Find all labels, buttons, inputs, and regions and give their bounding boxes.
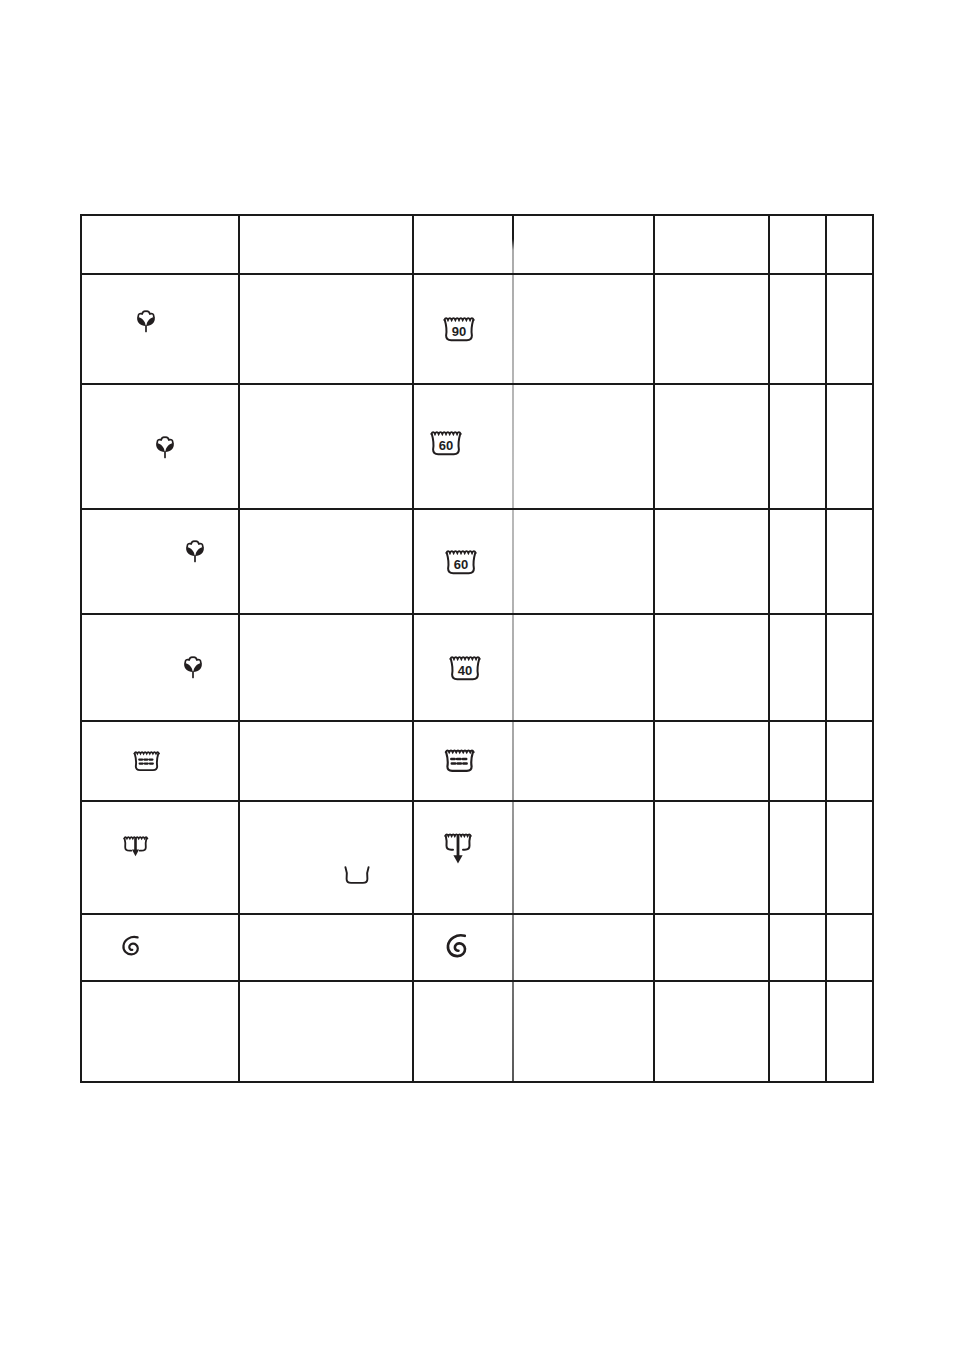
- wash-program-table: 90 60 60 40: [80, 214, 874, 1083]
- svg-text:90: 90: [452, 324, 466, 339]
- row-divider-6: [82, 800, 872, 802]
- column-divider-2: [412, 216, 414, 1081]
- wash-tub-40-icon: 40: [449, 654, 481, 681]
- column-divider-3-faded: [512, 216, 514, 1081]
- svg-text:60: 60: [454, 557, 468, 572]
- wash-tub-60-icon: 60: [445, 548, 477, 575]
- svg-text:40: 40: [458, 663, 472, 678]
- rinse-tub-dashes-icon: [133, 749, 160, 772]
- row-divider-3: [82, 508, 872, 510]
- spin-spiral-icon: [445, 933, 470, 958]
- cotton-flower-icon: [181, 656, 205, 678]
- spin-spiral-icon: [121, 935, 142, 956]
- row-divider-1: [82, 273, 872, 275]
- cotton-flower-icon: [153, 436, 177, 458]
- row-divider-5: [82, 720, 872, 722]
- empty-tub-icon: [344, 866, 370, 884]
- drain-down-arrow-tub-icon: [123, 835, 148, 858]
- column-divider-5: [768, 216, 770, 1081]
- column-divider-4: [653, 216, 655, 1081]
- row-divider-7: [82, 913, 872, 915]
- row-divider-2: [82, 383, 872, 385]
- cotton-flower-icon: [134, 310, 158, 332]
- drain-down-arrow-tub-icon: [444, 832, 472, 865]
- column-divider-1: [238, 216, 240, 1081]
- svg-text:60: 60: [439, 438, 453, 453]
- wash-tub-60-icon: 60: [430, 429, 462, 456]
- manual-page: 90 60 60 40: [0, 0, 954, 1350]
- row-divider-4: [82, 613, 872, 615]
- row-divider-8: [82, 980, 872, 982]
- cotton-flower-icon: [183, 540, 207, 562]
- rinse-tub-dashes-icon: [444, 747, 475, 773]
- column-divider-6: [825, 216, 827, 1081]
- wash-tub-90-icon: 90: [443, 315, 475, 342]
